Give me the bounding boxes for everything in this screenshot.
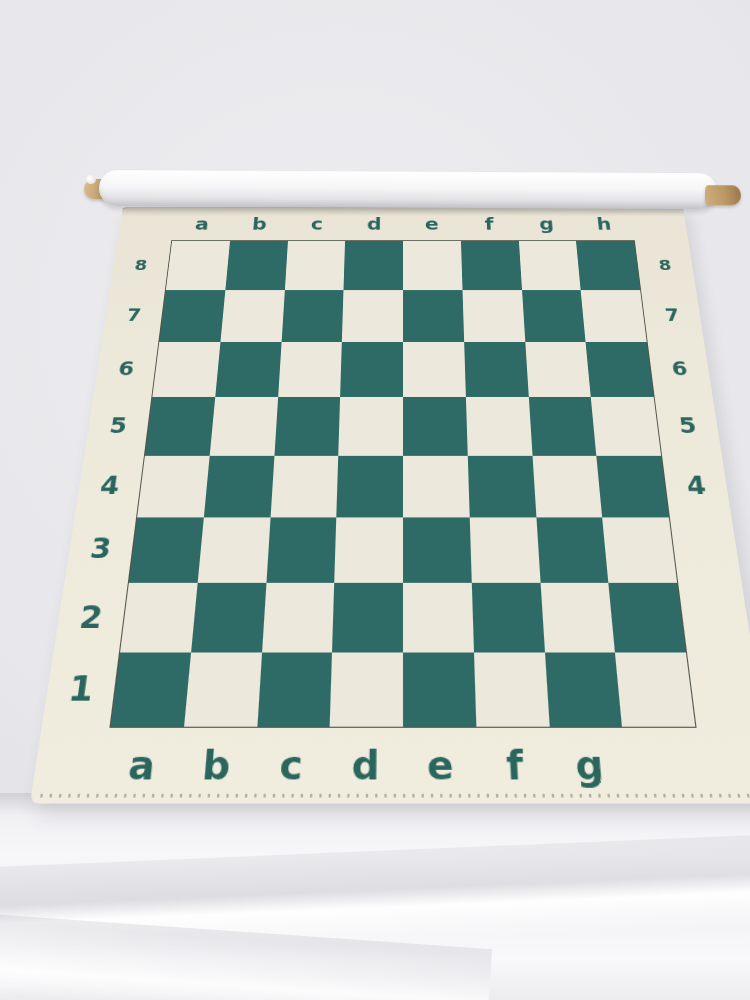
rank-label-right-5: 5 bbox=[655, 397, 722, 455]
rod-wooden-end-right bbox=[705, 185, 741, 205]
square-h5 bbox=[591, 397, 661, 455]
rod-roller-tube bbox=[99, 170, 717, 209]
square-f7 bbox=[462, 290, 525, 342]
square-g5 bbox=[528, 397, 596, 455]
square-h8 bbox=[576, 241, 640, 290]
stitched-bottom-edge bbox=[40, 794, 750, 798]
board-grid bbox=[109, 240, 696, 728]
square-a2 bbox=[120, 583, 197, 653]
square-h4 bbox=[597, 455, 669, 517]
file-label-bottom-e: e bbox=[403, 728, 479, 804]
rank-label-left-4: 4 bbox=[75, 455, 144, 517]
square-d7 bbox=[342, 290, 403, 342]
vinyl-chess-mat: abcdefgh 87654321 87654 abcdefg bbox=[30, 207, 750, 803]
file-label-bottom-a: a bbox=[100, 728, 183, 804]
square-f5 bbox=[466, 397, 532, 455]
rank-label-left-7: 7 bbox=[102, 290, 165, 342]
square-d4 bbox=[337, 455, 403, 517]
square-a4 bbox=[137, 455, 209, 517]
square-c2 bbox=[262, 583, 335, 653]
rank-label-left-3: 3 bbox=[64, 517, 136, 583]
square-a6 bbox=[152, 342, 220, 397]
square-b1 bbox=[184, 652, 262, 726]
square-e6 bbox=[403, 342, 466, 397]
square-d5 bbox=[338, 397, 403, 455]
square-b7 bbox=[220, 290, 284, 342]
square-d8 bbox=[344, 241, 403, 290]
square-b2 bbox=[191, 583, 266, 653]
square-g8 bbox=[518, 241, 580, 290]
square-e3 bbox=[403, 517, 472, 583]
rank-label-left-6: 6 bbox=[93, 342, 158, 397]
rank-label-left-2: 2 bbox=[53, 583, 127, 653]
square-f3 bbox=[469, 517, 540, 583]
square-c4 bbox=[270, 455, 338, 517]
square-b6 bbox=[215, 342, 281, 397]
file-label-bottom-g: g bbox=[550, 728, 631, 804]
rank-label-right-8: 8 bbox=[635, 240, 696, 289]
photo-stage: abcdefgh 87654321 87654 abcdefg bbox=[0, 0, 750, 1000]
square-f6 bbox=[464, 342, 528, 397]
square-g4 bbox=[532, 455, 602, 517]
square-e8 bbox=[403, 241, 462, 290]
file-label-bottom-b: b bbox=[176, 728, 257, 804]
rank-label-left-8: 8 bbox=[110, 240, 171, 289]
square-c5 bbox=[274, 397, 340, 455]
square-c8 bbox=[284, 241, 345, 290]
file-labels-bottom: abcdefg bbox=[100, 728, 706, 804]
hanging-rod bbox=[0, 0, 750, 223]
square-a8 bbox=[166, 241, 230, 290]
square-f4 bbox=[468, 455, 536, 517]
square-c3 bbox=[266, 517, 337, 583]
square-c7 bbox=[281, 290, 344, 342]
rank-label-right-4: 4 bbox=[662, 455, 731, 517]
square-b4 bbox=[204, 455, 274, 517]
square-e2 bbox=[403, 583, 474, 653]
square-a5 bbox=[145, 397, 215, 455]
square-g2 bbox=[540, 583, 615, 653]
square-b8 bbox=[225, 241, 287, 290]
square-d3 bbox=[334, 517, 403, 583]
square-f8 bbox=[461, 241, 522, 290]
square-e5 bbox=[403, 397, 468, 455]
rank-label-right-6: 6 bbox=[648, 342, 713, 397]
rank-label-left-1: 1 bbox=[42, 653, 119, 728]
square-e7 bbox=[403, 290, 464, 342]
chess-board: abcdefgh 87654321 87654 abcdefg bbox=[30, 207, 750, 803]
square-a3 bbox=[129, 517, 204, 583]
square-b3 bbox=[197, 517, 270, 583]
square-g7 bbox=[522, 290, 586, 342]
square-g3 bbox=[536, 517, 609, 583]
square-h1 bbox=[615, 652, 695, 726]
square-h3 bbox=[602, 517, 677, 583]
rank-label-right-7: 7 bbox=[641, 290, 704, 342]
square-h7 bbox=[581, 290, 647, 342]
square-a7 bbox=[159, 290, 225, 342]
rank-label-left-5: 5 bbox=[84, 397, 151, 455]
file-label-bottom-d: d bbox=[327, 728, 403, 804]
square-h6 bbox=[586, 342, 654, 397]
square-d6 bbox=[340, 342, 403, 397]
file-label-bottom-c: c bbox=[251, 728, 329, 804]
file-label-bottom-f: f bbox=[476, 728, 554, 804]
square-g6 bbox=[525, 342, 591, 397]
rod-end-pin bbox=[86, 175, 96, 184]
square-c1 bbox=[257, 652, 332, 726]
square-f2 bbox=[472, 583, 545, 653]
square-e4 bbox=[403, 455, 469, 517]
square-h2 bbox=[609, 583, 686, 653]
backdrop-fabric-surface bbox=[0, 793, 750, 1000]
square-d1 bbox=[330, 652, 403, 726]
square-c6 bbox=[278, 342, 342, 397]
square-e1 bbox=[403, 652, 476, 726]
square-f1 bbox=[474, 652, 549, 726]
square-b5 bbox=[209, 397, 277, 455]
square-a1 bbox=[111, 652, 191, 726]
square-d2 bbox=[332, 583, 403, 653]
square-g1 bbox=[544, 652, 622, 726]
